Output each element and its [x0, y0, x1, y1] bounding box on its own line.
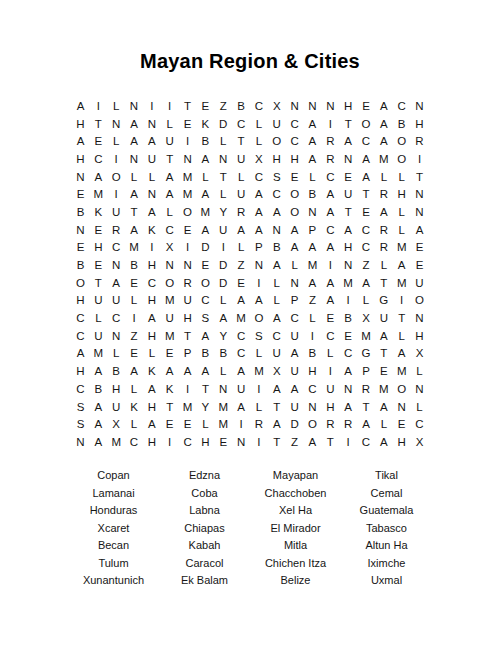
- grid-cell: D: [214, 274, 232, 292]
- grid-cell: N: [179, 256, 197, 274]
- grid-cell: H: [143, 398, 161, 416]
- grid-cell: A: [232, 221, 250, 239]
- grid-cell: E: [393, 415, 411, 433]
- grid-cell: O: [196, 274, 214, 292]
- grid-cell: L: [375, 256, 393, 274]
- grid-cell: R: [250, 415, 268, 433]
- grid-cell: I: [321, 256, 339, 274]
- grid-cell: T: [179, 97, 197, 115]
- grid-cell: T: [89, 115, 107, 133]
- grid-cell: T: [393, 309, 411, 327]
- grid-cell: C: [357, 132, 375, 150]
- grid-cell: A: [357, 274, 375, 292]
- grid-cell: U: [232, 185, 250, 203]
- grid-cell: L: [393, 327, 411, 345]
- grid-cell: A: [268, 380, 286, 398]
- grid-cell: A: [125, 221, 143, 239]
- word-item: Kabah: [159, 537, 250, 555]
- word-list-column: TikalCemalGuatemalaTabascoAltun HaIximch…: [341, 467, 432, 590]
- grid-cell: I: [143, 97, 161, 115]
- grid-cell: Z: [286, 433, 304, 451]
- grid-cell: T: [375, 274, 393, 292]
- grid-cell: A: [196, 221, 214, 239]
- grid-cell: E: [196, 256, 214, 274]
- grid-cell: I: [339, 292, 357, 310]
- grid-cell: N: [214, 150, 232, 168]
- grid-cell: N: [393, 398, 411, 416]
- grid-cell: L: [304, 168, 322, 186]
- grid-cell: I: [179, 239, 197, 257]
- grid-cell: L: [393, 168, 411, 186]
- grid-cell: O: [286, 185, 304, 203]
- grid-cell: X: [411, 433, 429, 451]
- grid-cell: L: [304, 309, 322, 327]
- grid-cell: A: [232, 398, 250, 416]
- grid-cell: H: [179, 309, 197, 327]
- grid-cell: H: [72, 362, 90, 380]
- grid-cell: L: [286, 256, 304, 274]
- word-item: Mitla: [250, 537, 341, 555]
- grid-cell: O: [179, 203, 197, 221]
- grid-cell: E: [357, 97, 375, 115]
- grid-cell: U: [161, 132, 179, 150]
- grid-cell: O: [250, 309, 268, 327]
- grid-cell: N: [214, 380, 232, 398]
- grid-cell: T: [411, 168, 429, 186]
- grid-cell: A: [72, 345, 90, 363]
- grid-cell: A: [196, 327, 214, 345]
- grid-cell: S: [250, 327, 268, 345]
- grid-cell: T: [214, 168, 232, 186]
- grid-cell: R: [321, 150, 339, 168]
- grid-cell: T: [161, 150, 179, 168]
- grid-cell: H: [143, 327, 161, 345]
- grid-cell: A: [375, 97, 393, 115]
- grid-cell: T: [339, 115, 357, 133]
- grid-cell: B: [196, 132, 214, 150]
- grid-cell: E: [179, 221, 197, 239]
- grid-cell: O: [393, 132, 411, 150]
- grid-cell: U: [268, 115, 286, 133]
- grid-cell: T: [357, 398, 375, 416]
- grid-cell: I: [161, 433, 179, 451]
- grid-cell: C: [161, 221, 179, 239]
- word-item: Tikal: [341, 467, 432, 485]
- grid-cell: B: [304, 185, 322, 203]
- grid-cell: C: [268, 185, 286, 203]
- grid-cell: M: [196, 203, 214, 221]
- grid-cell: L: [393, 203, 411, 221]
- grid-cell: P: [250, 239, 268, 257]
- grid-cell: A: [89, 362, 107, 380]
- grid-cell: T: [179, 327, 197, 345]
- grid-cell: C: [321, 327, 339, 345]
- grid-cell: H: [411, 327, 429, 345]
- grid-cell: L: [393, 221, 411, 239]
- grid-cell: H: [72, 150, 90, 168]
- grid-cell: E: [125, 274, 143, 292]
- grid-cell: X: [250, 150, 268, 168]
- grid-cell: O: [72, 274, 90, 292]
- grid-cell: L: [125, 380, 143, 398]
- grid-cell: L: [107, 345, 125, 363]
- grid-cell: C: [72, 380, 90, 398]
- grid-cell: L: [161, 203, 179, 221]
- grid-cell: A: [286, 221, 304, 239]
- grid-cell: N: [268, 221, 286, 239]
- grid-cell: A: [268, 309, 286, 327]
- grid-cell: A: [232, 292, 250, 310]
- grid-cell: A: [214, 309, 232, 327]
- grid-cell: C: [357, 239, 375, 257]
- grid-cell: O: [161, 274, 179, 292]
- grid-cell: A: [304, 150, 322, 168]
- grid-cell: A: [143, 380, 161, 398]
- grid-cell: E: [339, 327, 357, 345]
- grid-cell: E: [161, 345, 179, 363]
- grid-cell: I: [250, 274, 268, 292]
- grid-cell: L: [250, 398, 268, 416]
- grid-cell: O: [411, 292, 429, 310]
- grid-cell: E: [196, 97, 214, 115]
- grid-cell: H: [89, 239, 107, 257]
- grid-cell: S: [268, 168, 286, 186]
- word-item: Labna: [159, 502, 250, 520]
- grid-cell: A: [286, 345, 304, 363]
- grid-cell: L: [161, 115, 179, 133]
- grid-cell: R: [411, 132, 429, 150]
- grid-cell: D: [196, 239, 214, 257]
- grid-cell: R: [375, 239, 393, 257]
- grid-cell: I: [107, 150, 125, 168]
- grid-cell: N: [232, 433, 250, 451]
- grid-cell: C: [339, 345, 357, 363]
- grid-cell: U: [107, 292, 125, 310]
- grid-cell: X: [268, 97, 286, 115]
- grid-cell: L: [214, 362, 232, 380]
- grid-cell: C: [125, 433, 143, 451]
- grid-cell: A: [304, 132, 322, 150]
- grid-cell: L: [268, 274, 286, 292]
- grid-cell: B: [214, 345, 232, 363]
- grid-cell: L: [411, 398, 429, 416]
- grid-cell: A: [375, 132, 393, 150]
- grid-cell: E: [357, 203, 375, 221]
- grid-cell: K: [143, 221, 161, 239]
- grid-cell: N: [304, 97, 322, 115]
- word-item: El Mirador: [250, 520, 341, 538]
- grid-cell: A: [268, 256, 286, 274]
- grid-cell: B: [232, 97, 250, 115]
- grid-cell: L: [125, 415, 143, 433]
- grid-cell: I: [232, 415, 250, 433]
- grid-cell: I: [411, 150, 429, 168]
- grid-cell: U: [339, 185, 357, 203]
- grid-cell: E: [339, 168, 357, 186]
- grid-cell: P: [357, 362, 375, 380]
- grid-cell: A: [125, 362, 143, 380]
- word-item: Xel Ha: [250, 502, 341, 520]
- grid-cell: R: [375, 185, 393, 203]
- grid-cell: L: [375, 168, 393, 186]
- grid-cell: O: [268, 132, 286, 150]
- grid-cell: M: [125, 239, 143, 257]
- grid-cell: O: [393, 150, 411, 168]
- grid-cell: X: [357, 309, 375, 327]
- grid-cell: B: [196, 345, 214, 363]
- grid-cell: L: [321, 345, 339, 363]
- grid-cell: A: [250, 292, 268, 310]
- grid-cell: H: [393, 433, 411, 451]
- grid-cell: U: [232, 150, 250, 168]
- word-item: Copan: [68, 467, 159, 485]
- grid-cell: A: [72, 97, 90, 115]
- word-list-column: EdznaCobaLabnaChiapasKabahCaracolEk Bala…: [159, 467, 250, 590]
- grid-cell: H: [107, 380, 125, 398]
- grid-cell: M: [393, 274, 411, 292]
- grid-cell: R: [339, 415, 357, 433]
- grid-cell: N: [72, 221, 90, 239]
- grid-cell: T: [125, 203, 143, 221]
- grid-cell: C: [107, 239, 125, 257]
- grid-cell: D: [286, 415, 304, 433]
- grid-cell: A: [196, 150, 214, 168]
- grid-cell: A: [304, 433, 322, 451]
- grid-cell: N: [250, 256, 268, 274]
- grid-cell: H: [286, 150, 304, 168]
- grid-cell: C: [286, 132, 304, 150]
- grid-cell: A: [89, 433, 107, 451]
- grid-cell: L: [143, 345, 161, 363]
- grid-cell: U: [179, 292, 197, 310]
- word-item: Iximche: [341, 555, 432, 573]
- grid-cell: H: [143, 256, 161, 274]
- word-item: Caracol: [159, 555, 250, 573]
- word-search-grid: AILNIITEZBCXNNNHEACNHTNANLEKDCLUCAITOABH…: [72, 97, 429, 451]
- grid-cell: L: [250, 132, 268, 150]
- page-title: Mayan Region & Cities: [0, 50, 500, 73]
- grid-cell: N: [411, 380, 429, 398]
- grid-cell: A: [375, 327, 393, 345]
- grid-cell: M: [393, 362, 411, 380]
- grid-cell: E: [89, 221, 107, 239]
- grid-cell: L: [125, 292, 143, 310]
- grid-cell: G: [375, 292, 393, 310]
- grid-cell: C: [393, 97, 411, 115]
- grid-cell: A: [250, 203, 268, 221]
- grid-cell: U: [286, 398, 304, 416]
- grid-cell: R: [179, 274, 197, 292]
- grid-cell: M: [375, 380, 393, 398]
- grid-cell: A: [375, 398, 393, 416]
- grid-cell: H: [196, 433, 214, 451]
- grid-cell: R: [321, 415, 339, 433]
- grid-cell: D: [214, 256, 232, 274]
- grid-cell: C: [232, 345, 250, 363]
- grid-cell: C: [286, 309, 304, 327]
- word-list: CopanLamanaiHondurasXcaretBecanTulumXuna…: [68, 467, 432, 590]
- word-item: Chichen Itza: [250, 555, 341, 573]
- grid-cell: L: [214, 292, 232, 310]
- grid-cell: Z: [214, 97, 232, 115]
- grid-cell: Z: [357, 256, 375, 274]
- grid-cell: U: [214, 221, 232, 239]
- grid-cell: T: [339, 203, 357, 221]
- grid-cell: N: [72, 168, 90, 186]
- grid-cell: I: [179, 132, 197, 150]
- grid-cell: T: [196, 380, 214, 398]
- grid-cell: E: [232, 274, 250, 292]
- grid-cell: H: [143, 292, 161, 310]
- grid-cell: R: [232, 203, 250, 221]
- grid-cell: D: [214, 115, 232, 133]
- grid-cell: A: [411, 221, 429, 239]
- grid-cell: I: [393, 292, 411, 310]
- grid-cell: U: [411, 274, 429, 292]
- grid-cell: L: [214, 132, 232, 150]
- grid-cell: U: [321, 380, 339, 398]
- grid-cell: N: [286, 274, 304, 292]
- grid-cell: E: [286, 168, 304, 186]
- grid-cell: M: [357, 327, 375, 345]
- grid-cell: N: [179, 150, 197, 168]
- grid-cell: H: [72, 292, 90, 310]
- grid-cell: L: [375, 415, 393, 433]
- grid-cell: I: [161, 97, 179, 115]
- grid-cell: A: [375, 433, 393, 451]
- grid-cell: B: [72, 203, 90, 221]
- word-item: Guatemala: [341, 502, 432, 520]
- grid-cell: Y: [214, 203, 232, 221]
- grid-cell: T: [268, 398, 286, 416]
- grid-cell: M: [250, 362, 268, 380]
- grid-cell: H: [304, 362, 322, 380]
- grid-cell: Z: [125, 327, 143, 345]
- grid-cell: A: [375, 115, 393, 133]
- grid-cell: E: [179, 415, 197, 433]
- grid-cell: A: [357, 415, 375, 433]
- grid-cell: N: [304, 203, 322, 221]
- grid-cell: I: [214, 239, 232, 257]
- grid-cell: M: [89, 185, 107, 203]
- grid-cell: H: [393, 185, 411, 203]
- grid-cell: I: [321, 362, 339, 380]
- grid-cell: M: [107, 433, 125, 451]
- grid-cell: R: [107, 221, 125, 239]
- grid-cell: C: [89, 150, 107, 168]
- grid-cell: N: [411, 203, 429, 221]
- grid-cell: B: [125, 256, 143, 274]
- grid-cell: P: [286, 292, 304, 310]
- grid-cell: H: [321, 398, 339, 416]
- grid-cell: X: [268, 362, 286, 380]
- grid-cell: O: [357, 115, 375, 133]
- grid-cell: U: [161, 309, 179, 327]
- grid-cell: O: [107, 168, 125, 186]
- grid-cell: S: [72, 415, 90, 433]
- grid-cell: I: [304, 327, 322, 345]
- grid-cell: A: [321, 185, 339, 203]
- grid-cell: A: [321, 239, 339, 257]
- grid-cell: R: [321, 132, 339, 150]
- grid-cell: A: [196, 185, 214, 203]
- grid-cell: U: [107, 398, 125, 416]
- grid-cell: E: [179, 115, 197, 133]
- grid-cell: M: [232, 309, 250, 327]
- word-item: Coba: [159, 485, 250, 503]
- grid-cell: K: [125, 398, 143, 416]
- grid-cell: U: [107, 203, 125, 221]
- word-item: Honduras: [68, 502, 159, 520]
- grid-cell: A: [321, 274, 339, 292]
- grid-cell: A: [143, 132, 161, 150]
- grid-cell: C: [250, 168, 268, 186]
- grid-cell: B: [89, 380, 107, 398]
- grid-cell: C: [72, 309, 90, 327]
- grid-cell: T: [161, 398, 179, 416]
- grid-cell: A: [232, 362, 250, 380]
- grid-cell: N: [339, 380, 357, 398]
- word-item: Mayapan: [250, 467, 341, 485]
- grid-cell: L: [232, 239, 250, 257]
- word-item: Ek Balam: [159, 572, 250, 590]
- grid-cell: L: [125, 168, 143, 186]
- grid-cell: L: [196, 415, 214, 433]
- grid-cell: T: [357, 185, 375, 203]
- grid-cell: A: [143, 309, 161, 327]
- grid-cell: A: [339, 398, 357, 416]
- grid-cell: A: [304, 274, 322, 292]
- grid-cell: C: [143, 274, 161, 292]
- grid-cell: A: [268, 415, 286, 433]
- grid-cell: K: [196, 115, 214, 133]
- grid-cell: N: [411, 309, 429, 327]
- grid-cell: A: [89, 415, 107, 433]
- grid-cell: N: [107, 327, 125, 345]
- grid-cell: L: [250, 345, 268, 363]
- grid-cell: I: [250, 380, 268, 398]
- grid-cell: H: [339, 97, 357, 115]
- grid-cell: N: [161, 256, 179, 274]
- grid-cell: I: [107, 185, 125, 203]
- grid-cell: P: [304, 221, 322, 239]
- grid-cell: N: [286, 97, 304, 115]
- grid-cell: I: [339, 433, 357, 451]
- grid-cell: M: [304, 256, 322, 274]
- grid-cell: L: [357, 292, 375, 310]
- grid-cell: S: [196, 309, 214, 327]
- grid-cell: X: [107, 415, 125, 433]
- grid-cell: L: [268, 292, 286, 310]
- word-item: Altun Ha: [341, 537, 432, 555]
- word-item: Edzna: [159, 467, 250, 485]
- grid-cell: I: [89, 97, 107, 115]
- grid-cell: E: [411, 256, 429, 274]
- grid-cell: L: [250, 115, 268, 133]
- grid-cell: E: [411, 239, 429, 257]
- grid-cell: A: [125, 185, 143, 203]
- grid-cell: A: [375, 203, 393, 221]
- word-item: Lamanai: [68, 485, 159, 503]
- word-item: Becan: [68, 537, 159, 555]
- grid-cell: A: [393, 345, 411, 363]
- grid-cell: I: [143, 239, 161, 257]
- grid-cell: M: [179, 185, 197, 203]
- grid-cell: E: [72, 185, 90, 203]
- grid-cell: M: [339, 274, 357, 292]
- grid-cell: U: [268, 345, 286, 363]
- grid-cell: O: [393, 380, 411, 398]
